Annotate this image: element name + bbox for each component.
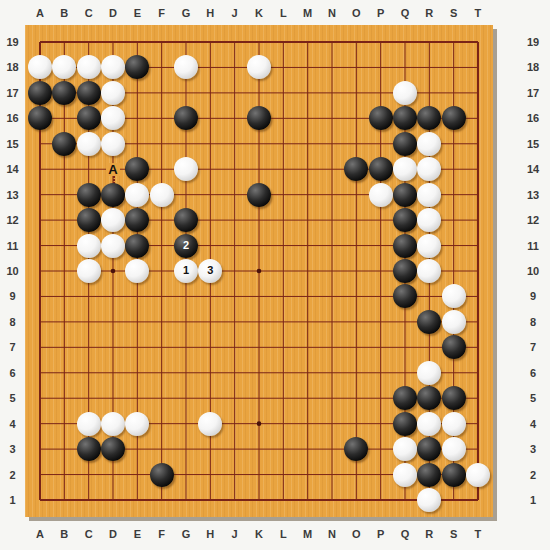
board-point-C4[interactable]	[76, 411, 100, 436]
board-point-M1[interactable]	[295, 487, 319, 512]
board-point-H12[interactable]	[198, 207, 222, 232]
board-point-H5[interactable]	[198, 385, 222, 410]
board-point-Q16[interactable]	[393, 106, 417, 131]
board-point-F5[interactable]	[149, 385, 173, 410]
board-point-Q14[interactable]	[393, 156, 417, 181]
board-point-B5[interactable]	[52, 385, 76, 410]
board-point-N7[interactable]	[320, 335, 344, 360]
board-point-C12[interactable]	[76, 207, 100, 232]
board-point-R1[interactable]	[417, 487, 441, 512]
board-point-M2[interactable]	[295, 462, 319, 487]
board-point-Q8[interactable]	[393, 309, 417, 334]
board-point-G4[interactable]	[174, 411, 198, 436]
board-point-A15[interactable]	[28, 131, 52, 156]
board-point-N15[interactable]	[320, 131, 344, 156]
board-point-T10[interactable]	[466, 258, 490, 283]
board-point-M17[interactable]	[295, 80, 319, 105]
board-point-K1[interactable]	[247, 487, 271, 512]
board-point-S15[interactable]	[441, 131, 465, 156]
board-point-F2[interactable]	[149, 462, 173, 487]
board-point-L5[interactable]	[271, 385, 295, 410]
board-point-K16[interactable]	[247, 106, 271, 131]
board-point-P5[interactable]	[368, 385, 392, 410]
board-point-H11[interactable]	[198, 233, 222, 258]
board-point-A9[interactable]	[28, 284, 52, 309]
board-point-H3[interactable]	[198, 436, 222, 461]
board-point-Q1[interactable]	[393, 487, 417, 512]
board-point-T6[interactable]	[466, 360, 490, 385]
board-point-T3[interactable]	[466, 436, 490, 461]
board-point-G9[interactable]	[174, 284, 198, 309]
board-point-T9[interactable]	[466, 284, 490, 309]
board-point-D16[interactable]	[101, 106, 125, 131]
board-point-A8[interactable]	[28, 309, 52, 334]
board-point-L13[interactable]	[271, 182, 295, 207]
board-point-L8[interactable]	[271, 309, 295, 334]
board-point-A4[interactable]	[28, 411, 52, 436]
board-point-P2[interactable]	[368, 462, 392, 487]
board-point-F17[interactable]	[149, 80, 173, 105]
board-point-T19[interactable]	[466, 29, 490, 54]
board-point-J11[interactable]	[222, 233, 246, 258]
board-point-B13[interactable]	[52, 182, 76, 207]
board-point-R7[interactable]	[417, 335, 441, 360]
board-point-J2[interactable]	[222, 462, 246, 487]
board-point-C3[interactable]	[76, 436, 100, 461]
board-point-L18[interactable]	[271, 55, 295, 80]
board-point-F14[interactable]	[149, 156, 173, 181]
board-point-H4[interactable]	[198, 411, 222, 436]
board-point-P16[interactable]	[368, 106, 392, 131]
board-point-P12[interactable]	[368, 207, 392, 232]
board-point-D18[interactable]	[101, 55, 125, 80]
board-point-Q9[interactable]	[393, 284, 417, 309]
board-point-A6[interactable]	[28, 360, 52, 385]
board-point-R3[interactable]	[417, 436, 441, 461]
board-point-E4[interactable]	[125, 411, 149, 436]
board-point-S4[interactable]	[441, 411, 465, 436]
board-point-S2[interactable]	[441, 462, 465, 487]
board-point-C19[interactable]	[76, 29, 100, 54]
board-point-H9[interactable]	[198, 284, 222, 309]
board-point-L15[interactable]	[271, 131, 295, 156]
board-point-G13[interactable]	[174, 182, 198, 207]
board-point-M7[interactable]	[295, 335, 319, 360]
board-point-N19[interactable]	[320, 29, 344, 54]
board-point-R19[interactable]	[417, 29, 441, 54]
board-point-A2[interactable]	[28, 462, 52, 487]
board-point-K19[interactable]	[247, 29, 271, 54]
board-point-L4[interactable]	[271, 411, 295, 436]
board-point-D4[interactable]	[101, 411, 125, 436]
board-point-R17[interactable]	[417, 80, 441, 105]
board-point-N16[interactable]	[320, 106, 344, 131]
board-point-B16[interactable]	[52, 106, 76, 131]
board-point-Q3[interactable]	[393, 436, 417, 461]
board-point-N2[interactable]	[320, 462, 344, 487]
board-point-Q6[interactable]	[393, 360, 417, 385]
board-point-S16[interactable]	[441, 106, 465, 131]
board-point-K10[interactable]	[247, 258, 271, 283]
board-point-A5[interactable]	[28, 385, 52, 410]
board-point-O12[interactable]	[344, 207, 368, 232]
board-point-R10[interactable]	[417, 258, 441, 283]
board-point-T5[interactable]	[466, 385, 490, 410]
board-point-J6[interactable]	[222, 360, 246, 385]
board-point-P15[interactable]	[368, 131, 392, 156]
board-point-F15[interactable]	[149, 131, 173, 156]
board-point-T11[interactable]	[466, 233, 490, 258]
board-point-D11[interactable]	[101, 233, 125, 258]
board-point-C6[interactable]	[76, 360, 100, 385]
board-point-D7[interactable]	[101, 335, 125, 360]
board-point-E7[interactable]	[125, 335, 149, 360]
board-point-L17[interactable]	[271, 80, 295, 105]
board-point-F9[interactable]	[149, 284, 173, 309]
board-point-H7[interactable]	[198, 335, 222, 360]
board-point-R5[interactable]	[417, 385, 441, 410]
board-point-M8[interactable]	[295, 309, 319, 334]
board-point-P11[interactable]	[368, 233, 392, 258]
board-point-P17[interactable]	[368, 80, 392, 105]
board-point-M9[interactable]	[295, 284, 319, 309]
board-point-J1[interactable]	[222, 487, 246, 512]
board-point-D8[interactable]	[101, 309, 125, 334]
board-point-G2[interactable]	[174, 462, 198, 487]
board-point-C17[interactable]	[76, 80, 100, 105]
board-point-B2[interactable]	[52, 462, 76, 487]
board-point-J14[interactable]	[222, 156, 246, 181]
board-point-H2[interactable]	[198, 462, 222, 487]
board-point-T8[interactable]	[466, 309, 490, 334]
board-point-R4[interactable]	[417, 411, 441, 436]
board-point-R12[interactable]	[417, 207, 441, 232]
board-point-J8[interactable]	[222, 309, 246, 334]
board-point-C16[interactable]	[76, 106, 100, 131]
board-point-E5[interactable]	[125, 385, 149, 410]
board-point-O14[interactable]	[344, 156, 368, 181]
board-point-A12[interactable]	[28, 207, 52, 232]
board-point-Q12[interactable]	[393, 207, 417, 232]
board-point-J9[interactable]	[222, 284, 246, 309]
board-point-F6[interactable]	[149, 360, 173, 385]
board-point-F19[interactable]	[149, 29, 173, 54]
board-point-N18[interactable]	[320, 55, 344, 80]
board-point-E11[interactable]	[125, 233, 149, 258]
board-point-F4[interactable]	[149, 411, 173, 436]
board-point-S6[interactable]	[441, 360, 465, 385]
board-point-S8[interactable]	[441, 309, 465, 334]
board-point-E16[interactable]	[125, 106, 149, 131]
board-point-Q18[interactable]	[393, 55, 417, 80]
board-point-S12[interactable]	[441, 207, 465, 232]
board-point-T4[interactable]	[466, 411, 490, 436]
board-point-N3[interactable]	[320, 436, 344, 461]
board-point-N9[interactable]	[320, 284, 344, 309]
board-point-F8[interactable]	[149, 309, 173, 334]
board-point-C1[interactable]	[76, 487, 100, 512]
board-point-J3[interactable]	[222, 436, 246, 461]
board-point-A3[interactable]	[28, 436, 52, 461]
board-point-A19[interactable]	[28, 29, 52, 54]
board-point-D5[interactable]	[101, 385, 125, 410]
board-point-O6[interactable]	[344, 360, 368, 385]
board-point-A13[interactable]	[28, 182, 52, 207]
board-point-L16[interactable]	[271, 106, 295, 131]
board-point-E17[interactable]	[125, 80, 149, 105]
board-point-O5[interactable]	[344, 385, 368, 410]
board-point-K13[interactable]	[247, 182, 271, 207]
board-point-E10[interactable]	[125, 258, 149, 283]
board-point-A16[interactable]	[28, 106, 52, 131]
board-point-D15[interactable]	[101, 131, 125, 156]
board-point-B12[interactable]	[52, 207, 76, 232]
board-point-H16[interactable]	[198, 106, 222, 131]
board-point-S9[interactable]	[441, 284, 465, 309]
board-point-L6[interactable]	[271, 360, 295, 385]
board-point-N17[interactable]	[320, 80, 344, 105]
board-point-B18[interactable]	[52, 55, 76, 80]
board-point-M18[interactable]	[295, 55, 319, 80]
board-point-S17[interactable]	[441, 80, 465, 105]
board-point-S10[interactable]	[441, 258, 465, 283]
board-point-M3[interactable]	[295, 436, 319, 461]
board-point-Q15[interactable]	[393, 131, 417, 156]
board-point-E13[interactable]	[125, 182, 149, 207]
board-point-H1[interactable]	[198, 487, 222, 512]
board-point-O11[interactable]	[344, 233, 368, 258]
board-point-H14[interactable]	[198, 156, 222, 181]
board-point-C9[interactable]	[76, 284, 100, 309]
board-point-N12[interactable]	[320, 207, 344, 232]
board-point-G12[interactable]	[174, 207, 198, 232]
board-point-P7[interactable]	[368, 335, 392, 360]
board-point-M13[interactable]	[295, 182, 319, 207]
board-point-L2[interactable]	[271, 462, 295, 487]
board-point-J16[interactable]	[222, 106, 246, 131]
board-point-G5[interactable]	[174, 385, 198, 410]
board-point-K8[interactable]	[247, 309, 271, 334]
board-point-A7[interactable]	[28, 335, 52, 360]
board-point-H17[interactable]	[198, 80, 222, 105]
board-point-L19[interactable]	[271, 29, 295, 54]
board-point-M11[interactable]	[295, 233, 319, 258]
board-point-D14[interactable]: A	[101, 156, 125, 181]
board-point-B4[interactable]	[52, 411, 76, 436]
board-point-T15[interactable]	[466, 131, 490, 156]
board-point-M16[interactable]	[295, 106, 319, 131]
board-point-C8[interactable]	[76, 309, 100, 334]
board-point-S1[interactable]	[441, 487, 465, 512]
board-point-N5[interactable]	[320, 385, 344, 410]
board-point-O13[interactable]	[344, 182, 368, 207]
board-point-J18[interactable]	[222, 55, 246, 80]
board-point-E14[interactable]	[125, 156, 149, 181]
board-point-F16[interactable]	[149, 106, 173, 131]
board-point-Q2[interactable]	[393, 462, 417, 487]
board-point-N11[interactable]	[320, 233, 344, 258]
board-point-E8[interactable]	[125, 309, 149, 334]
board-point-T2[interactable]	[466, 462, 490, 487]
board-point-B19[interactable]	[52, 29, 76, 54]
board-point-T17[interactable]	[466, 80, 490, 105]
board-point-J13[interactable]	[222, 182, 246, 207]
board-point-O2[interactable]	[344, 462, 368, 487]
board-point-M12[interactable]	[295, 207, 319, 232]
board-point-P3[interactable]	[368, 436, 392, 461]
board-point-F13[interactable]	[149, 182, 173, 207]
board-point-G17[interactable]	[174, 80, 198, 105]
board-point-P14[interactable]	[368, 156, 392, 181]
board-point-S14[interactable]	[441, 156, 465, 181]
board-point-K11[interactable]	[247, 233, 271, 258]
board-point-K9[interactable]	[247, 284, 271, 309]
board-point-B8[interactable]	[52, 309, 76, 334]
board-point-T1[interactable]	[466, 487, 490, 512]
board-point-B6[interactable]	[52, 360, 76, 385]
board-point-S13[interactable]	[441, 182, 465, 207]
board-point-L11[interactable]	[271, 233, 295, 258]
board-point-R13[interactable]	[417, 182, 441, 207]
board-point-J5[interactable]	[222, 385, 246, 410]
board-point-R18[interactable]	[417, 55, 441, 80]
board-point-C15[interactable]	[76, 131, 100, 156]
board-point-P10[interactable]	[368, 258, 392, 283]
board-point-H6[interactable]	[198, 360, 222, 385]
board-point-C14[interactable]	[76, 156, 100, 181]
board-point-M5[interactable]	[295, 385, 319, 410]
board-point-K4[interactable]	[247, 411, 271, 436]
board-point-A11[interactable]	[28, 233, 52, 258]
board-point-S7[interactable]	[441, 335, 465, 360]
board-point-C2[interactable]	[76, 462, 100, 487]
board-point-O16[interactable]	[344, 106, 368, 131]
board-point-O1[interactable]	[344, 487, 368, 512]
board-point-Q5[interactable]	[393, 385, 417, 410]
board-point-H18[interactable]	[198, 55, 222, 80]
board-point-L1[interactable]	[271, 487, 295, 512]
board-point-Q11[interactable]	[393, 233, 417, 258]
board-point-D13[interactable]	[101, 182, 125, 207]
board-point-C5[interactable]	[76, 385, 100, 410]
board-point-M10[interactable]	[295, 258, 319, 283]
board-point-G8[interactable]	[174, 309, 198, 334]
board-point-D6[interactable]	[101, 360, 125, 385]
board-point-N10[interactable]	[320, 258, 344, 283]
board-point-E19[interactable]	[125, 29, 149, 54]
board-point-L10[interactable]	[271, 258, 295, 283]
board-point-T7[interactable]	[466, 335, 490, 360]
board-point-L7[interactable]	[271, 335, 295, 360]
board-point-J4[interactable]	[222, 411, 246, 436]
board-point-D1[interactable]	[101, 487, 125, 512]
board-point-H8[interactable]	[198, 309, 222, 334]
board-point-E15[interactable]	[125, 131, 149, 156]
board-point-K17[interactable]	[247, 80, 271, 105]
board-point-F18[interactable]	[149, 55, 173, 80]
board-point-S3[interactable]	[441, 436, 465, 461]
board-point-O19[interactable]	[344, 29, 368, 54]
board-point-A10[interactable]	[28, 258, 52, 283]
board-point-C13[interactable]	[76, 182, 100, 207]
board-point-D3[interactable]	[101, 436, 125, 461]
board-point-D17[interactable]	[101, 80, 125, 105]
board-point-O4[interactable]	[344, 411, 368, 436]
board-point-T13[interactable]	[466, 182, 490, 207]
board-point-N6[interactable]	[320, 360, 344, 385]
board-point-K6[interactable]	[247, 360, 271, 385]
board-point-G18[interactable]	[174, 55, 198, 80]
board-point-O18[interactable]	[344, 55, 368, 80]
board-point-A17[interactable]	[28, 80, 52, 105]
board-point-R15[interactable]	[417, 131, 441, 156]
board-point-H19[interactable]	[198, 29, 222, 54]
board-point-K14[interactable]	[247, 156, 271, 181]
board-point-E1[interactable]	[125, 487, 149, 512]
board-point-B11[interactable]	[52, 233, 76, 258]
board-point-J15[interactable]	[222, 131, 246, 156]
board-point-P13[interactable]	[368, 182, 392, 207]
board-point-D2[interactable]	[101, 462, 125, 487]
board-point-F10[interactable]	[149, 258, 173, 283]
board-point-G3[interactable]	[174, 436, 198, 461]
board-point-P1[interactable]	[368, 487, 392, 512]
board-point-M4[interactable]	[295, 411, 319, 436]
board-point-B17[interactable]	[52, 80, 76, 105]
board-point-S11[interactable]	[441, 233, 465, 258]
board-point-A1[interactable]	[28, 487, 52, 512]
board-point-R2[interactable]	[417, 462, 441, 487]
board-point-G1[interactable]	[174, 487, 198, 512]
board-point-O17[interactable]	[344, 80, 368, 105]
board-point-M19[interactable]	[295, 29, 319, 54]
board-point-P6[interactable]	[368, 360, 392, 385]
board-point-E9[interactable]	[125, 284, 149, 309]
board-point-D12[interactable]	[101, 207, 125, 232]
board-point-N13[interactable]	[320, 182, 344, 207]
board-point-H15[interactable]	[198, 131, 222, 156]
board-point-G14[interactable]	[174, 156, 198, 181]
board-point-R6[interactable]	[417, 360, 441, 385]
board-point-D10[interactable]	[101, 258, 125, 283]
board-point-T18[interactable]	[466, 55, 490, 80]
board-point-E18[interactable]	[125, 55, 149, 80]
board-point-N1[interactable]	[320, 487, 344, 512]
board-point-R11[interactable]	[417, 233, 441, 258]
board-point-K18[interactable]	[247, 55, 271, 80]
board-point-K7[interactable]	[247, 335, 271, 360]
board-point-N4[interactable]	[320, 411, 344, 436]
board-point-D19[interactable]	[101, 29, 125, 54]
board-point-J12[interactable]	[222, 207, 246, 232]
board-point-C7[interactable]	[76, 335, 100, 360]
board-point-E2[interactable]	[125, 462, 149, 487]
board-point-T12[interactable]	[466, 207, 490, 232]
board-point-M15[interactable]	[295, 131, 319, 156]
board-point-O3[interactable]	[344, 436, 368, 461]
board-point-O7[interactable]	[344, 335, 368, 360]
board-point-K5[interactable]	[247, 385, 271, 410]
board-point-C11[interactable]	[76, 233, 100, 258]
board-point-F12[interactable]	[149, 207, 173, 232]
board-point-Q13[interactable]	[393, 182, 417, 207]
board-point-P4[interactable]	[368, 411, 392, 436]
board-point-E12[interactable]	[125, 207, 149, 232]
board-point-F11[interactable]	[149, 233, 173, 258]
board-point-B14[interactable]	[52, 156, 76, 181]
board-point-B7[interactable]	[52, 335, 76, 360]
board-point-B15[interactable]	[52, 131, 76, 156]
